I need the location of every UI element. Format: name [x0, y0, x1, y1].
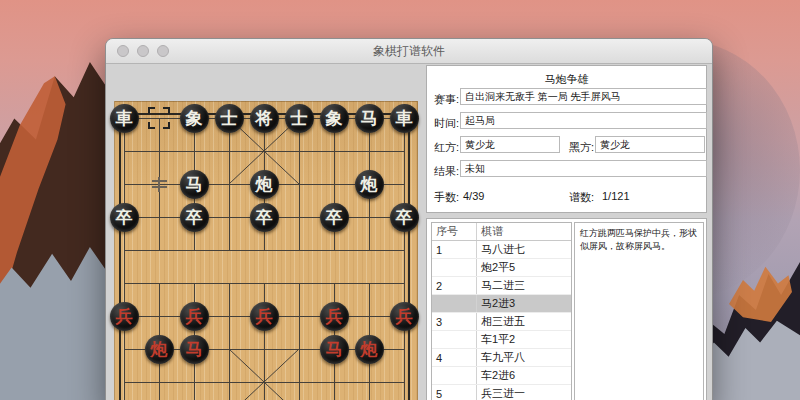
board-point-r4c6[interactable] — [282, 201, 317, 234]
red-player-field[interactable] — [460, 136, 560, 153]
move-notation[interactable]: 相三进五 — [477, 313, 572, 331]
board-point-r8c7[interactable]: 马 — [317, 333, 352, 366]
piece-black-pawn[interactable]: 卒 — [390, 203, 419, 232]
piece-red-cannon[interactable]: 炮 — [145, 335, 174, 364]
board-point-r3c1[interactable] — [107, 168, 142, 201]
move-list-header: 序号 棋谱 — [432, 223, 571, 241]
board-point-r3c7[interactable] — [317, 168, 352, 201]
board-point-r2c1[interactable] — [107, 135, 142, 168]
move-list[interactable]: 序号 棋谱 1马八进七炮2平52马二进三马2进33相三进五车1平24车九平八车2… — [431, 222, 572, 400]
board-point-r5c6[interactable] — [282, 234, 317, 267]
piece-red-pawn[interactable]: 兵 — [110, 302, 139, 331]
result-field[interactable] — [460, 160, 707, 177]
board-point-r8c9[interactable] — [387, 333, 422, 366]
board-point-r3c4[interactable] — [212, 168, 247, 201]
board-point-r7c1[interactable]: 兵 — [107, 300, 142, 333]
board-point-r2c8[interactable] — [352, 135, 387, 168]
moves-panel: 序号 棋谱 1马八进七炮2平52马二进三马2进33相三进五车1平24车九平八车2… — [426, 218, 707, 400]
board-point-r1c8[interactable]: 马 — [352, 102, 387, 135]
red-player-label: 红方: — [434, 140, 459, 155]
board-point-r4c1[interactable]: 卒 — [107, 201, 142, 234]
board-point-r2c6[interactable] — [282, 135, 317, 168]
event-label: 赛事: — [434, 92, 459, 107]
piece-black-pawn[interactable]: 卒 — [320, 203, 349, 232]
piece-red-pawn[interactable]: 兵 — [250, 302, 279, 331]
board-point-r9c2[interactable] — [142, 366, 177, 399]
board-point-r7c9[interactable]: 兵 — [387, 300, 422, 333]
board-point-r9c3[interactable] — [177, 366, 212, 399]
move-row-4-selected[interactable]: 马2进3 — [432, 295, 571, 313]
board-point-r2c5[interactable] — [247, 135, 282, 168]
move-row-1[interactable]: 1马八进七 — [432, 241, 571, 259]
board-point-r5c8[interactable] — [352, 234, 387, 267]
board-point-r5c5[interactable] — [247, 234, 282, 267]
board-point-r1c1[interactable]: 車 — [107, 102, 142, 135]
board-point-r2c2[interactable] — [142, 135, 177, 168]
time-field[interactable] — [460, 112, 707, 129]
board-point-r6c3[interactable] — [177, 267, 212, 300]
window-titlebar[interactable]: 象棋打谱软件 — [106, 39, 712, 64]
move-number — [432, 331, 477, 349]
move-notation-header: 棋谱 — [477, 223, 572, 241]
piece-red-pawn[interactable]: 兵 — [180, 302, 209, 331]
board-point-r5c3[interactable] — [177, 234, 212, 267]
move-number — [432, 259, 477, 277]
board-points: 車象士将士象马車马炮炮卒卒卒卒卒兵兵兵兵兵炮马马炮车相仕帅仕相车 — [107, 102, 422, 400]
black-player-field[interactable] — [595, 136, 705, 153]
desktop: 象棋打谱软件 — [0, 0, 800, 400]
game-title: 马炮争雄 — [427, 72, 706, 87]
board-point-r6c6[interactable] — [282, 267, 317, 300]
game-info-panel: 马炮争雄 赛事: 时间: 红方: 黑方: 结果: 手数: 4/39 谱数: 1/… — [426, 65, 707, 213]
black-player-label: 黑方: — [569, 140, 594, 155]
move-number-header: 序号 — [432, 223, 477, 241]
board-point-r4c4[interactable] — [212, 201, 247, 234]
piece-black-elephant[interactable]: 象 — [320, 104, 349, 133]
move-notation[interactable]: 车九平八 — [477, 349, 572, 367]
board-point-r1c9[interactable]: 車 — [387, 102, 422, 135]
board-point-r3c6[interactable] — [282, 168, 317, 201]
move-number: 3 — [432, 313, 477, 331]
window-content: 車象士将士象马車马炮炮卒卒卒卒卒兵兵兵兵兵炮马马炮车相仕帅仕相车 马炮争雄 赛事… — [106, 64, 712, 400]
board-point-r8c4[interactable] — [212, 333, 247, 366]
board-point-r1c4[interactable]: 士 — [212, 102, 247, 135]
move-number: 1 — [432, 241, 477, 259]
move-notation[interactable]: 马八进七 — [477, 241, 572, 259]
board-point-r3c5[interactable]: 炮 — [247, 168, 282, 201]
board-point-r1c5[interactable]: 将 — [247, 102, 282, 135]
board-point-r2c7[interactable] — [317, 135, 352, 168]
board-point-r6c4[interactable] — [212, 267, 247, 300]
move-number: 2 — [432, 277, 477, 295]
move-notation[interactable]: 马2进3 — [477, 295, 572, 313]
board-point-r7c2[interactable] — [142, 300, 177, 333]
board-point-r3c2[interactable] — [142, 168, 177, 201]
event-field[interactable] — [460, 88, 707, 105]
move-notation[interactable]: 炮2平5 — [477, 259, 572, 277]
move-row-9[interactable]: 5兵三进一 — [432, 385, 571, 400]
board-point-r9c7[interactable] — [317, 366, 352, 399]
move-number — [432, 367, 477, 385]
window-title: 象棋打谱软件 — [106, 43, 712, 60]
board-point-r3c3[interactable]: 马 — [177, 168, 212, 201]
board-point-r8c3[interactable]: 马 — [177, 333, 212, 366]
piece-black-elephant[interactable]: 象 — [180, 104, 209, 133]
time-label: 时间: — [434, 116, 459, 131]
board-point-r1c6[interactable]: 士 — [282, 102, 317, 135]
move-row-2[interactable]: 炮2平5 — [432, 259, 571, 277]
board-point-r1c3[interactable]: 象 — [177, 102, 212, 135]
board-point-r7c6[interactable] — [282, 300, 317, 333]
board-point-r4c8[interactable] — [352, 201, 387, 234]
board-point-r6c5[interactable] — [247, 267, 282, 300]
xiangqi-board: 車象士将士象马車马炮炮卒卒卒卒卒兵兵兵兵兵炮马马炮车相仕帅仕相车 — [114, 101, 418, 400]
board-point-r3c9[interactable] — [387, 168, 422, 201]
piece-black-pawn[interactable]: 卒 — [250, 203, 279, 232]
board-point-r6c1[interactable] — [107, 267, 142, 300]
move-count-value: 4/39 — [463, 190, 484, 202]
board-point-r8c2[interactable]: 炮 — [142, 333, 177, 366]
move-number: 5 — [432, 385, 477, 400]
board-point-r5c2[interactable] — [142, 234, 177, 267]
board-point-r4c9[interactable]: 卒 — [387, 201, 422, 234]
move-notation[interactable]: 车2进6 — [477, 367, 572, 385]
piece-black-horse[interactable]: 马 — [355, 104, 384, 133]
move-row-7[interactable]: 4车九平八 — [432, 349, 571, 367]
board-point-r9c1[interactable] — [107, 366, 142, 399]
result-label: 结果: — [434, 164, 459, 179]
board-point-r2c9[interactable] — [387, 135, 422, 168]
move-notation[interactable]: 兵三进一 — [477, 385, 572, 400]
piece-black-horse[interactable]: 马 — [180, 170, 209, 199]
book-count-label: 谱数: — [569, 190, 594, 205]
board-point-r4c3[interactable]: 卒 — [177, 201, 212, 234]
piece-red-horse[interactable]: 马 — [320, 335, 349, 364]
board-point-r8c1[interactable] — [107, 333, 142, 366]
board-point-r5c9[interactable] — [387, 234, 422, 267]
book-count-value: 1/121 — [602, 190, 630, 202]
board-point-r9c9[interactable] — [387, 366, 422, 399]
piece-black-advisor[interactable]: 士 — [285, 104, 314, 133]
board-point-r9c8[interactable] — [352, 366, 387, 399]
board-point-r4c5[interactable]: 卒 — [247, 201, 282, 234]
piece-black-cannon[interactable]: 炮 — [250, 170, 279, 199]
piece-black-advisor[interactable]: 士 — [215, 104, 244, 133]
move-comment[interactable]: 红方跳两匹马保护中兵，形状似屏风，故称屏风马。 — [574, 222, 704, 400]
piece-black-chariot[interactable]: 車 — [110, 104, 139, 133]
move-number: 4 — [432, 349, 477, 367]
board-point-r7c5[interactable]: 兵 — [247, 300, 282, 333]
piece-red-cannon[interactable]: 炮 — [355, 335, 384, 364]
piece-red-pawn[interactable]: 兵 — [390, 302, 419, 331]
cannon-point-marker — [152, 177, 167, 192]
board-point-r7c3[interactable]: 兵 — [177, 300, 212, 333]
board-point-r7c8[interactable] — [352, 300, 387, 333]
app-window: 象棋打谱软件 — [105, 38, 713, 400]
piece-red-horse[interactable]: 马 — [180, 335, 209, 364]
board-point-r8c8[interactable]: 炮 — [352, 333, 387, 366]
piece-black-cannon[interactable]: 炮 — [355, 170, 384, 199]
board-point-r2c4[interactable] — [212, 135, 247, 168]
board-point-r5c4[interactable] — [212, 234, 247, 267]
move-notation[interactable]: 马二进三 — [477, 277, 572, 295]
board-point-r4c7[interactable]: 卒 — [317, 201, 352, 234]
board-point-r8c5[interactable] — [247, 333, 282, 366]
board-point-r4c2[interactable] — [142, 201, 177, 234]
board-point-r1c7[interactable]: 象 — [317, 102, 352, 135]
board-point-r9c5[interactable] — [247, 366, 282, 399]
board-point-r9c4[interactable] — [212, 366, 247, 399]
piece-black-chariot[interactable]: 車 — [390, 104, 419, 133]
board-point-r6c7[interactable] — [317, 267, 352, 300]
board-point-r9c6[interactable] — [282, 366, 317, 399]
move-row-6[interactable]: 车1平2 — [432, 331, 571, 349]
last-move-from-marker — [148, 107, 170, 129]
board-point-r6c9[interactable] — [387, 267, 422, 300]
board-point-r8c6[interactable] — [282, 333, 317, 366]
move-row-8[interactable]: 车2进6 — [432, 367, 571, 385]
move-count-label: 手数: — [434, 190, 459, 205]
move-row-5[interactable]: 3相三进五 — [432, 313, 571, 331]
board-point-r6c2[interactable] — [142, 267, 177, 300]
board-point-r2c3[interactable] — [177, 135, 212, 168]
board-point-r7c7[interactable]: 兵 — [317, 300, 352, 333]
piece-black-pawn[interactable]: 卒 — [180, 203, 209, 232]
move-notation[interactable]: 车1平2 — [477, 331, 572, 349]
board-point-r5c1[interactable] — [107, 234, 142, 267]
piece-black-pawn[interactable]: 卒 — [110, 203, 139, 232]
piece-red-pawn[interactable]: 兵 — [320, 302, 349, 331]
board-point-r5c7[interactable] — [317, 234, 352, 267]
move-number — [432, 295, 477, 313]
move-row-3[interactable]: 2马二进三 — [432, 277, 571, 295]
piece-black-king[interactable]: 将 — [250, 104, 279, 133]
board-point-r6c8[interactable] — [352, 267, 387, 300]
board-point-r7c4[interactable] — [212, 300, 247, 333]
board-point-r3c8[interactable]: 炮 — [352, 168, 387, 201]
board-point-r1c2[interactable] — [142, 102, 177, 135]
